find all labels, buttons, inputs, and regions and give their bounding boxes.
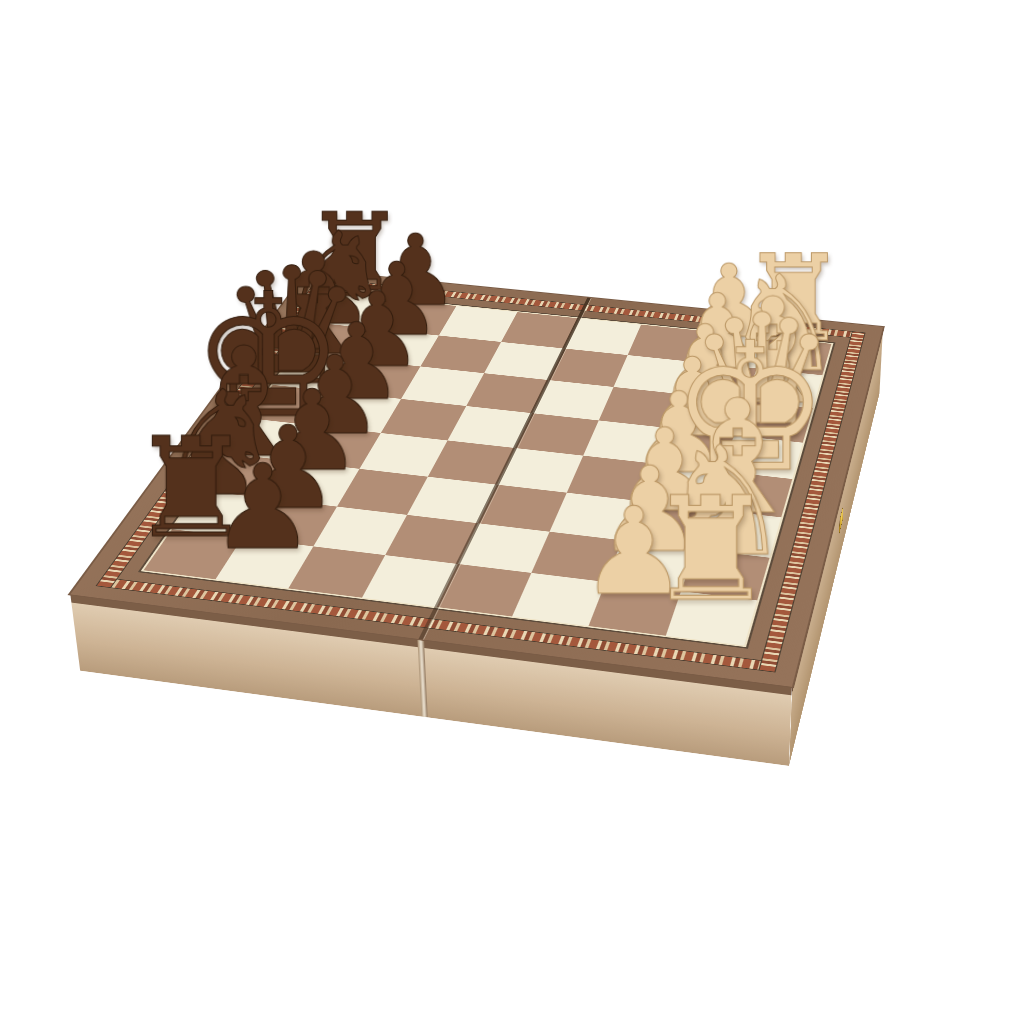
chess-board-box: ♜♞♝♛♚♝♞♜♟♟♟♟♟♟♟♟♟♟♟♟♟♟♟♟♜♞♝♛♚♝♞♜	[70, 270, 883, 687]
product-photo: ♜♞♝♛♚♝♞♜♟♟♟♟♟♟♟♟♟♟♟♟♟♟♟♟♜♞♝♛♚♝♞♜	[0, 0, 1024, 1024]
scene: ♜♞♝♛♚♝♞♜♟♟♟♟♟♟♟♟♟♟♟♟♟♟♟♟♜♞♝♛♚♝♞♜	[0, 0, 1024, 1024]
box-front-seam	[417, 639, 427, 718]
black-pawn-h7: ♟	[210, 449, 315, 566]
white-rook-h1: ♜	[646, 478, 775, 622]
brass-clasp-icon	[839, 504, 844, 535]
